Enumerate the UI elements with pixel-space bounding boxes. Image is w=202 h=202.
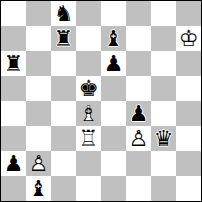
square-a5[interactable] — [1, 76, 26, 101]
piece-white-pawn: ♙ — [126, 126, 151, 151]
piece-black-pawn: ♟ — [101, 51, 126, 76]
square-c7[interactable]: ♜ — [51, 26, 76, 51]
piece-black-pawn: ♟ — [126, 101, 151, 126]
square-c6[interactable] — [51, 51, 76, 76]
square-b2[interactable]: ♟♙ — [26, 151, 51, 176]
square-b5[interactable] — [26, 76, 51, 101]
piece-white-pawn: ♙ — [26, 151, 51, 176]
square-e8[interactable] — [101, 1, 126, 26]
square-c8[interactable]: ♞ — [51, 1, 76, 26]
square-b7[interactable] — [26, 26, 51, 51]
square-b3[interactable] — [26, 126, 51, 151]
square-a7[interactable] — [1, 26, 26, 51]
square-f4[interactable]: ♟ — [126, 101, 151, 126]
square-g6[interactable] — [151, 51, 176, 76]
square-a3[interactable] — [1, 126, 26, 151]
square-a6[interactable]: ♜ — [1, 51, 26, 76]
square-b4[interactable] — [26, 101, 51, 126]
square-c1[interactable] — [51, 176, 76, 201]
square-g3[interactable]: ♛ — [151, 126, 176, 151]
square-h6[interactable] — [176, 51, 201, 76]
square-d5[interactable]: ♚ — [76, 76, 101, 101]
square-d7[interactable] — [76, 26, 101, 51]
square-g5[interactable] — [151, 76, 176, 101]
square-e1[interactable] — [101, 176, 126, 201]
square-e6[interactable]: ♟ — [101, 51, 126, 76]
square-f6[interactable] — [126, 51, 151, 76]
square-d2[interactable] — [76, 151, 101, 176]
square-f8[interactable] — [126, 1, 151, 26]
square-f3[interactable]: ♟♙ — [126, 126, 151, 151]
piece-white-king: ♔ — [176, 26, 201, 51]
piece-white-king-fill: ♚ — [176, 26, 201, 51]
piece-white-bishop: ♗ — [76, 101, 101, 126]
square-e4[interactable] — [101, 101, 126, 126]
piece-black-rook: ♜ — [51, 26, 76, 51]
piece-black-bishop: ♝ — [101, 26, 126, 51]
square-e5[interactable] — [101, 76, 126, 101]
piece-black-bishop: ♝ — [26, 176, 51, 201]
square-h3[interactable] — [176, 126, 201, 151]
square-h2[interactable] — [176, 151, 201, 176]
square-h7[interactable]: ♚♔ — [176, 26, 201, 51]
square-g4[interactable] — [151, 101, 176, 126]
square-d8[interactable] — [76, 1, 101, 26]
square-h5[interactable] — [176, 76, 201, 101]
square-d4[interactable]: ♝♗ — [76, 101, 101, 126]
square-c2[interactable] — [51, 151, 76, 176]
square-a8[interactable] — [1, 1, 26, 26]
square-g2[interactable] — [151, 151, 176, 176]
square-c5[interactable] — [51, 76, 76, 101]
piece-black-knight: ♞ — [51, 1, 76, 26]
square-g8[interactable] — [151, 1, 176, 26]
square-c3[interactable] — [51, 126, 76, 151]
square-f1[interactable] — [126, 176, 151, 201]
piece-black-king: ♚ — [76, 76, 101, 101]
square-f5[interactable] — [126, 76, 151, 101]
piece-white-bishop-fill: ♝ — [76, 101, 101, 126]
square-h8[interactable] — [176, 1, 201, 26]
square-f7[interactable] — [126, 26, 151, 51]
piece-white-pawn-fill: ♟ — [126, 126, 151, 151]
piece-white-rook-fill: ♜ — [76, 126, 101, 151]
piece-white-rook: ♖ — [76, 126, 101, 151]
square-d6[interactable] — [76, 51, 101, 76]
piece-white-pawn-fill: ♟ — [26, 151, 51, 176]
piece-black-queen: ♛ — [151, 126, 176, 151]
square-d3[interactable]: ♜♖ — [76, 126, 101, 151]
piece-black-pawn: ♟ — [1, 151, 26, 176]
square-h4[interactable] — [176, 101, 201, 126]
piece-black-rook: ♜ — [1, 51, 26, 76]
square-f2[interactable] — [126, 151, 151, 176]
square-b1[interactable]: ♝ — [26, 176, 51, 201]
square-c4[interactable] — [51, 101, 76, 126]
chess-board: ♞♜♝♚♔♜♟♚♝♗♟♜♖♟♙♛♟♟♙♝ — [0, 0, 202, 202]
square-d1[interactable] — [76, 176, 101, 201]
square-b6[interactable] — [26, 51, 51, 76]
square-a4[interactable] — [1, 101, 26, 126]
square-h1[interactable] — [176, 176, 201, 201]
square-e2[interactable] — [101, 151, 126, 176]
square-g1[interactable] — [151, 176, 176, 201]
square-a2[interactable]: ♟ — [1, 151, 26, 176]
square-e7[interactable]: ♝ — [101, 26, 126, 51]
square-e3[interactable] — [101, 126, 126, 151]
square-a1[interactable] — [1, 176, 26, 201]
square-g7[interactable] — [151, 26, 176, 51]
square-b8[interactable] — [26, 1, 51, 26]
